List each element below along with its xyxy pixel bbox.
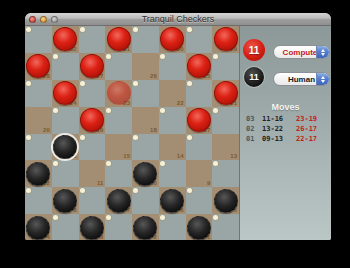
square-23[interactable]: 23 — [105, 80, 132, 107]
square-3[interactable]: 3 — [79, 214, 106, 240]
square-light — [212, 214, 219, 221]
move-red: 23-19 — [296, 114, 330, 124]
moves-heading: Moves — [240, 102, 331, 112]
square-14[interactable]: 14 — [159, 134, 186, 161]
app-window: Tranquil Checkers 3231302928272625242322… — [25, 13, 331, 240]
square-light — [212, 107, 219, 114]
move-num: 03 — [246, 114, 262, 124]
move-red: 22-17 — [296, 134, 330, 144]
red-player-selector[interactable]: Computer — [273, 45, 330, 59]
title-bar[interactable]: Tranquil Checkers — [25, 13, 331, 26]
square-light — [79, 26, 86, 33]
square-light — [105, 107, 112, 114]
red-piece[interactable] — [187, 108, 211, 132]
square-light — [105, 214, 112, 221]
square-light — [159, 214, 166, 221]
square-number: 13 — [230, 153, 237, 159]
square-light — [159, 53, 166, 60]
square-number: 11 — [97, 180, 103, 186]
square-light — [186, 26, 193, 33]
square-31[interactable]: 31 — [105, 26, 132, 53]
black-piece[interactable] — [26, 216, 50, 240]
moves-list: 0311-1623-190213-2226-170109-1322-17 — [240, 114, 331, 144]
square-18[interactable]: 18 — [132, 107, 159, 134]
window-title: Tranquil Checkers — [25, 13, 331, 25]
black-piece[interactable] — [187, 216, 211, 240]
square-4[interactable]: 4 — [25, 214, 52, 240]
square-light — [25, 187, 32, 194]
square-19[interactable]: 19 — [79, 107, 106, 134]
popup-stepper-icon[interactable] — [316, 46, 329, 58]
square-26[interactable]: 26 — [132, 53, 159, 80]
side-panel: 11 Computer 11 Human Moves 0311-1623-190… — [239, 26, 331, 240]
square-number: 18 — [150, 127, 157, 133]
square-light — [52, 214, 59, 221]
square-11[interactable]: 11 — [79, 160, 106, 187]
black-piece[interactable] — [214, 189, 238, 213]
black-player-selector-label: Human — [288, 75, 315, 84]
square-29[interactable]: 29 — [212, 26, 239, 53]
arrow-up-icon — [321, 76, 325, 79]
square-number: 26 — [150, 73, 157, 79]
square-20[interactable]: 20 — [25, 107, 52, 134]
square-number: 20 — [43, 127, 50, 133]
square-number: 14 — [177, 153, 184, 159]
square-10[interactable]: 10 — [132, 160, 159, 187]
square-17[interactable]: 17 — [186, 107, 213, 134]
square-light — [52, 107, 59, 114]
black-piece[interactable] — [160, 189, 184, 213]
move-black: 13-22 — [262, 124, 296, 134]
square-28[interactable]: 28 — [25, 53, 52, 80]
move-num: 02 — [246, 124, 262, 134]
red-piece-ghost[interactable] — [107, 81, 131, 105]
square-light — [25, 26, 32, 33]
square-5[interactable]: 5 — [212, 187, 239, 214]
black-piece-count-badge: 11 — [244, 67, 264, 87]
red-player-selector-label: Computer — [283, 48, 321, 57]
square-6[interactable]: 6 — [159, 187, 186, 214]
square-light — [159, 160, 166, 167]
square-2[interactable]: 2 — [132, 214, 159, 240]
square-32[interactable]: 32 — [52, 26, 79, 53]
square-light — [132, 187, 139, 194]
square-number: 22 — [177, 100, 184, 106]
square-22[interactable]: 22 — [159, 80, 186, 107]
board: 3231302928272625242322212019181716151413… — [25, 26, 239, 240]
square-light — [186, 80, 193, 87]
move-red: 26-17 — [296, 124, 330, 134]
square-light — [132, 26, 139, 33]
square-light — [52, 53, 59, 60]
red-piece-count-badge: 11 — [243, 39, 265, 61]
black-piece[interactable] — [53, 135, 77, 159]
square-light — [79, 80, 86, 87]
square-12[interactable]: 12 — [25, 160, 52, 187]
square-30[interactable]: 30 — [159, 26, 186, 53]
square-8[interactable]: 8 — [52, 187, 79, 214]
square-13[interactable]: 13 — [212, 134, 239, 161]
red-piece[interactable] — [107, 27, 131, 51]
black-piece[interactable] — [53, 189, 77, 213]
arrow-down-icon — [321, 80, 325, 83]
arrow-up-icon — [321, 49, 325, 52]
square-light — [212, 160, 219, 167]
black-player-selector[interactable]: Human — [273, 72, 330, 86]
square-light — [25, 80, 32, 87]
square-16[interactable]: 16 — [52, 134, 79, 161]
square-7[interactable]: 7 — [105, 187, 132, 214]
square-27[interactable]: 27 — [79, 53, 106, 80]
red-piece[interactable] — [214, 81, 238, 105]
square-15[interactable]: 15 — [105, 134, 132, 161]
move-num: 01 — [246, 134, 262, 144]
black-piece[interactable] — [133, 216, 157, 240]
square-1[interactable]: 1 — [186, 214, 213, 240]
square-light — [79, 134, 86, 141]
square-25[interactable]: 25 — [186, 53, 213, 80]
square-light — [132, 80, 139, 87]
black-piece[interactable] — [80, 216, 104, 240]
square-light — [186, 187, 193, 194]
popup-stepper-icon[interactable] — [316, 73, 329, 85]
arrow-down-icon — [321, 53, 325, 56]
square-24[interactable]: 24 — [52, 80, 79, 107]
move-black: 11-16 — [262, 114, 296, 124]
square-light — [212, 53, 219, 60]
red-piece[interactable] — [214, 27, 238, 51]
square-21[interactable]: 21 — [212, 80, 239, 107]
square-light — [105, 53, 112, 60]
square-number: 15 — [123, 153, 130, 159]
move-row: 0213-2226-17 — [240, 124, 331, 134]
move-black: 09-13 — [262, 134, 296, 144]
move-row: 0109-1322-17 — [240, 134, 331, 144]
square-light — [79, 187, 86, 194]
black-piece[interactable] — [107, 189, 131, 213]
move-row: 0311-1623-19 — [240, 114, 331, 124]
square-number: 9 — [207, 180, 210, 186]
square-light — [159, 107, 166, 114]
square-light — [25, 134, 32, 141]
square-light — [105, 160, 112, 167]
square-light — [132, 134, 139, 141]
square-light — [186, 134, 193, 141]
square-9[interactable]: 9 — [186, 160, 213, 187]
red-piece[interactable] — [80, 108, 104, 132]
square-light — [52, 160, 59, 167]
